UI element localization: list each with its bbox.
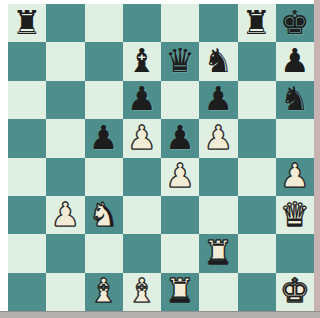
square-d1[interactable]: ♝ — [123, 273, 161, 311]
chess-board: ♜♜♚♝♛♞♟♟♟♞♟♟♟♟♟♟♟♞♛♜♝♝♜♚ — [8, 4, 314, 311]
square-h3[interactable]: ♛ — [276, 196, 314, 234]
white-bishop: ♝ — [89, 274, 119, 307]
square-h7[interactable]: ♟ — [276, 42, 314, 80]
square-h6[interactable]: ♞ — [276, 81, 314, 119]
square-a5[interactable] — [8, 119, 46, 157]
white-bishop: ♝ — [127, 274, 157, 307]
square-g7[interactable] — [238, 42, 276, 80]
square-b1[interactable] — [46, 273, 84, 311]
square-e1[interactable]: ♜ — [161, 273, 199, 311]
black-bishop: ♝ — [127, 44, 157, 77]
white-pawn: ♟ — [127, 121, 157, 154]
square-e8[interactable] — [161, 4, 199, 42]
white-pawn: ♟ — [280, 159, 310, 192]
black-pawn: ♟ — [204, 82, 234, 115]
square-g1[interactable] — [238, 273, 276, 311]
white-king: ♚ — [280, 274, 310, 307]
square-d4[interactable] — [123, 158, 161, 196]
square-e6[interactable] — [161, 81, 199, 119]
square-f5[interactable]: ♟ — [199, 119, 237, 157]
square-b3[interactable]: ♟ — [46, 196, 84, 234]
square-g3[interactable] — [238, 196, 276, 234]
white-rook: ♜ — [165, 274, 195, 307]
white-rook: ♜ — [204, 236, 234, 269]
square-a1[interactable] — [8, 273, 46, 311]
square-b4[interactable] — [46, 158, 84, 196]
square-c8[interactable] — [85, 4, 123, 42]
window-edge-right — [314, 0, 320, 311]
square-h8[interactable]: ♚ — [276, 4, 314, 42]
square-g2[interactable] — [238, 234, 276, 272]
square-c4[interactable] — [85, 158, 123, 196]
square-e5[interactable]: ♟ — [161, 119, 199, 157]
square-g6[interactable] — [238, 81, 276, 119]
white-pawn: ♟ — [165, 159, 195, 192]
square-c3[interactable]: ♞ — [85, 196, 123, 234]
square-a4[interactable] — [8, 158, 46, 196]
square-a7[interactable] — [8, 42, 46, 80]
white-queen: ♛ — [280, 198, 310, 231]
square-f3[interactable] — [199, 196, 237, 234]
black-pawn: ♟ — [89, 121, 119, 154]
square-e4[interactable]: ♟ — [161, 158, 199, 196]
square-g8[interactable]: ♜ — [238, 4, 276, 42]
square-f2[interactable]: ♜ — [199, 234, 237, 272]
white-pawn: ♟ — [51, 198, 81, 231]
square-a6[interactable] — [8, 81, 46, 119]
black-king: ♚ — [280, 6, 310, 39]
square-f6[interactable]: ♟ — [199, 81, 237, 119]
square-g4[interactable] — [238, 158, 276, 196]
square-c5[interactable]: ♟ — [85, 119, 123, 157]
square-d7[interactable]: ♝ — [123, 42, 161, 80]
square-a3[interactable] — [8, 196, 46, 234]
black-queen: ♛ — [165, 44, 195, 77]
square-d2[interactable] — [123, 234, 161, 272]
square-f1[interactable] — [199, 273, 237, 311]
square-a8[interactable]: ♜ — [8, 4, 46, 42]
square-d5[interactable]: ♟ — [123, 119, 161, 157]
black-pawn: ♟ — [127, 82, 157, 115]
square-d6[interactable]: ♟ — [123, 81, 161, 119]
square-f8[interactable] — [199, 4, 237, 42]
square-h5[interactable] — [276, 119, 314, 157]
square-f7[interactable]: ♞ — [199, 42, 237, 80]
black-knight: ♞ — [280, 82, 310, 115]
white-knight: ♞ — [89, 198, 119, 231]
square-h4[interactable]: ♟ — [276, 158, 314, 196]
square-e3[interactable] — [161, 196, 199, 234]
square-c6[interactable] — [85, 81, 123, 119]
black-pawn: ♟ — [165, 121, 195, 154]
chess-app-window: ♜♜♚♝♛♞♟♟♟♞♟♟♟♟♟♟♟♞♛♜♝♝♜♚ — [0, 0, 320, 318]
square-e7[interactable]: ♛ — [161, 42, 199, 80]
window-edge-bottom — [0, 311, 320, 318]
square-b6[interactable] — [46, 81, 84, 119]
square-h1[interactable]: ♚ — [276, 273, 314, 311]
black-knight: ♞ — [204, 44, 234, 77]
square-c7[interactable] — [85, 42, 123, 80]
square-b8[interactable] — [46, 4, 84, 42]
square-f4[interactable] — [199, 158, 237, 196]
square-c1[interactable]: ♝ — [85, 273, 123, 311]
black-pawn: ♟ — [280, 44, 310, 77]
square-b5[interactable] — [46, 119, 84, 157]
black-rook: ♜ — [242, 6, 272, 39]
square-c2[interactable] — [85, 234, 123, 272]
square-g5[interactable] — [238, 119, 276, 157]
square-e2[interactable] — [161, 234, 199, 272]
square-b7[interactable] — [46, 42, 84, 80]
black-rook: ♜ — [12, 6, 42, 39]
square-a2[interactable] — [8, 234, 46, 272]
square-d8[interactable] — [123, 4, 161, 42]
square-b2[interactable] — [46, 234, 84, 272]
white-pawn: ♟ — [204, 121, 234, 154]
square-h2[interactable] — [276, 234, 314, 272]
square-d3[interactable] — [123, 196, 161, 234]
